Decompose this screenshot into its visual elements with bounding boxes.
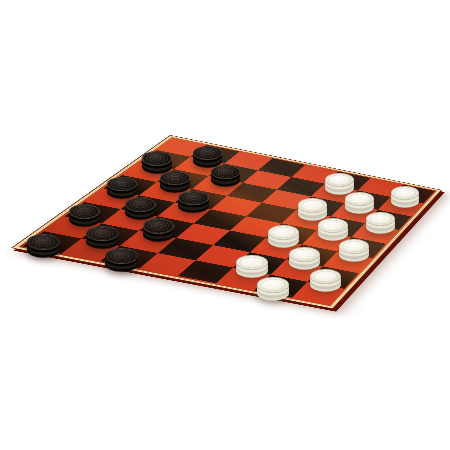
photo-stage (0, 0, 450, 450)
checkers-board (11, 135, 442, 309)
board-squares-grid (22, 138, 434, 305)
board-red-margin (19, 137, 437, 306)
board-gold-border (12, 135, 441, 308)
